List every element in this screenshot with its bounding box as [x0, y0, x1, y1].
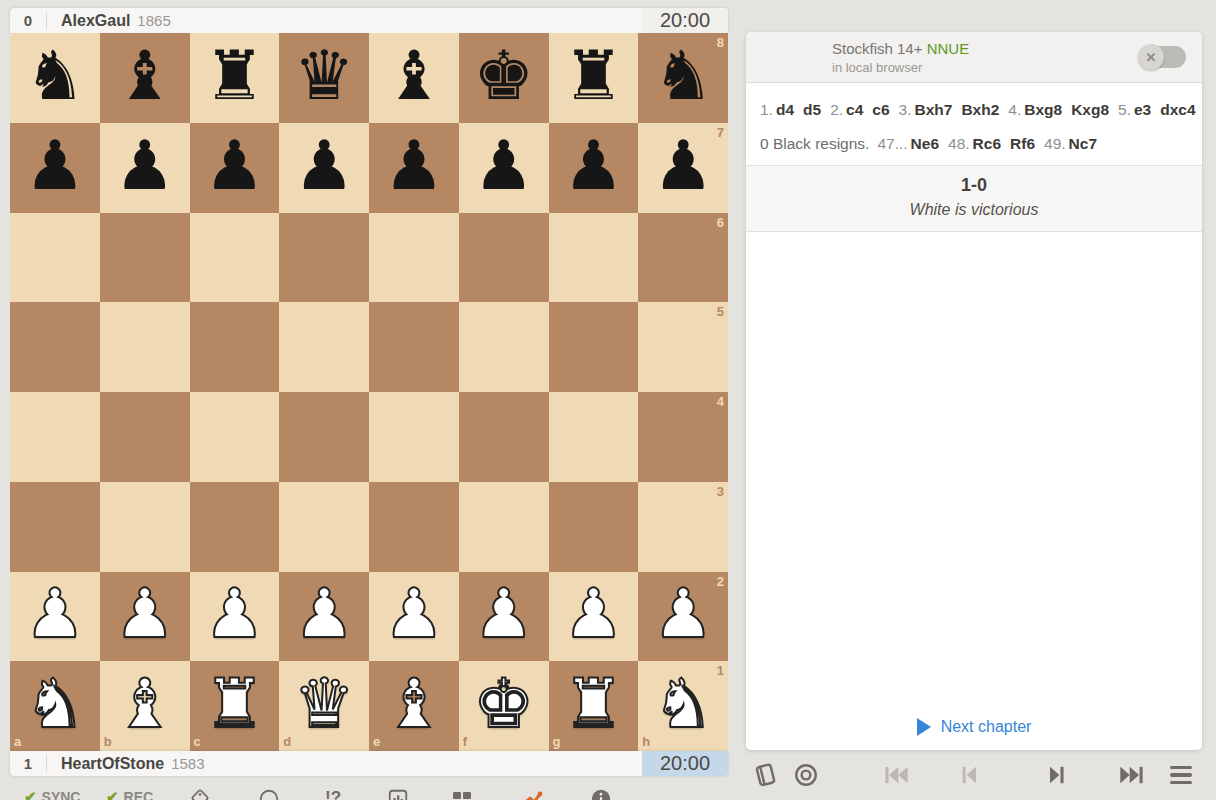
- square-a4[interactable]: [10, 392, 100, 482]
- engine-name: Stockfish 14+: [832, 40, 922, 57]
- piece-black-pawn: ♟: [473, 132, 534, 200]
- chart-icon: [387, 788, 409, 800]
- square-g1[interactable]: ♜g: [549, 661, 639, 751]
- top-player-rating: 1865: [137, 12, 170, 29]
- square-a7[interactable]: ♟: [10, 123, 100, 213]
- piece-white-bishop: ♝: [114, 670, 175, 738]
- square-a6[interactable]: [10, 213, 100, 303]
- square-c7[interactable]: ♟: [190, 123, 280, 213]
- square-e2[interactable]: ♟: [369, 572, 459, 662]
- square-f4[interactable]: [459, 392, 549, 482]
- rank-label-4: 4: [717, 394, 724, 409]
- move-number: 1.: [760, 101, 773, 118]
- square-d2[interactable]: ♟: [279, 572, 369, 662]
- engine-subtitle: in local browser: [832, 58, 969, 77]
- result-band: 1-0 White is victorious: [746, 165, 1202, 232]
- rank-label-1: 1: [717, 663, 724, 678]
- top-player-clock: 20:00: [642, 8, 728, 33]
- move[interactable]: c4: [846, 101, 863, 118]
- square-b8[interactable]: ♝: [100, 33, 190, 123]
- previous-move-button[interactable]: [955, 761, 983, 789]
- menu-button[interactable]: [1167, 761, 1195, 789]
- move-number: 49.: [1044, 135, 1066, 152]
- square-d7[interactable]: ♟: [279, 123, 369, 213]
- piece-black-rook: ♜: [563, 42, 624, 110]
- rec-label: REC: [124, 789, 154, 800]
- engine-info: Stockfish 14+ NNUE in local browser: [832, 39, 969, 77]
- engine-toggle-knob: ✕: [1138, 44, 1164, 70]
- piece-black-rook: ♜: [204, 42, 265, 110]
- bottom-player-name: HeartOfStone: [61, 755, 164, 773]
- engine-toggle[interactable]: ✕: [1140, 46, 1186, 68]
- rank-label-3: 3: [717, 484, 724, 499]
- square-d1[interactable]: ♛d: [279, 661, 369, 751]
- move[interactable]: Kxg8: [1071, 101, 1109, 118]
- play-icon: [917, 718, 931, 736]
- square-b2[interactable]: ♟: [100, 572, 190, 662]
- piece-white-pawn: ♟: [563, 580, 624, 648]
- piece-white-bishop: ♝: [383, 670, 444, 738]
- move[interactable]: Nc7: [1069, 135, 1097, 152]
- piece-white-pawn: ♟: [383, 580, 444, 648]
- share-icon: [520, 788, 544, 800]
- piece-white-pawn: ♟: [294, 580, 355, 648]
- square-g4[interactable]: [549, 392, 639, 482]
- tag-icon: [190, 788, 210, 800]
- next-move-icon: [1043, 761, 1071, 789]
- file-label-g: g: [553, 734, 561, 749]
- file-label-c: c: [194, 734, 201, 749]
- square-d4[interactable]: [279, 392, 369, 482]
- square-e5[interactable]: [369, 302, 459, 392]
- square-b6[interactable]: [100, 213, 190, 303]
- file-label-d: d: [283, 734, 291, 749]
- square-f8[interactable]: ♚: [459, 33, 549, 123]
- engine-nnue-badge: NNUE: [927, 40, 970, 57]
- lichess-study-page: 0 AlexGaul 1865 20:00 ♞♝♜♛♝♚♜♞8♟♟♟♟♟♟♟♟7…: [0, 0, 1216, 800]
- next-move-button[interactable]: [1043, 761, 1071, 789]
- info-icon: [590, 788, 612, 800]
- bottom-player-bar: 1 HeartOfStone 1583 20:00: [10, 751, 728, 776]
- square-c6[interactable]: [190, 213, 280, 303]
- square-a5[interactable]: [10, 302, 100, 392]
- move[interactable]: Bxh2: [961, 101, 999, 118]
- move[interactable]: Bxg8: [1024, 101, 1062, 118]
- result-score: 1-0: [746, 175, 1202, 196]
- square-a2[interactable]: ♟: [10, 572, 100, 662]
- square-b4[interactable]: [100, 392, 190, 482]
- glyph-button[interactable]: !?: [325, 788, 341, 800]
- square-a8[interactable]: ♞: [10, 33, 100, 123]
- move[interactable]: Rf6: [1010, 135, 1035, 152]
- piece-black-pawn: ♟: [653, 132, 714, 200]
- piece-black-pawn: ♟: [563, 132, 624, 200]
- square-f1[interactable]: ♚f: [459, 661, 549, 751]
- square-c8[interactable]: ♜: [190, 33, 280, 123]
- menu-icon: [1170, 766, 1192, 770]
- piece-white-pawn: ♟: [653, 580, 714, 648]
- square-e6[interactable]: [369, 213, 459, 303]
- analysis-chart-button[interactable]: [387, 788, 409, 800]
- bottom-player-score: 1: [10, 755, 46, 772]
- move-number: 4.: [1008, 101, 1021, 118]
- sync-toggle[interactable]: ✔ SYNC: [24, 788, 80, 800]
- divider: [46, 12, 47, 29]
- chess-board[interactable]: ♞♝♜♛♝♚♜♞8♟♟♟♟♟♟♟♟76543♟♟♟♟♟♟♟♟2♞a♝b♜c♛d♝…: [10, 33, 728, 751]
- practice-target-button[interactable]: [792, 761, 820, 789]
- square-f2[interactable]: ♟: [459, 572, 549, 662]
- move[interactable]: Rc6: [973, 135, 1001, 152]
- piece-black-king: ♚: [473, 42, 534, 110]
- square-e3[interactable]: [369, 482, 459, 572]
- top-player-bar: 0 AlexGaul 1865 20:00: [10, 8, 728, 33]
- piece-white-pawn: ♟: [114, 580, 175, 648]
- square-a1[interactable]: ♞a: [10, 661, 100, 751]
- piece-white-pawn: ♟: [24, 580, 85, 648]
- square-g6[interactable]: [549, 213, 639, 303]
- square-f6[interactable]: [459, 213, 549, 303]
- move-number: 47...: [877, 135, 907, 152]
- move[interactable]: d5: [803, 101, 821, 118]
- last-move-icon: [1118, 761, 1146, 789]
- move-number: 3.: [899, 101, 912, 118]
- piece-white-king: ♚: [473, 670, 534, 738]
- square-d6[interactable]: [279, 213, 369, 303]
- move[interactable]: dxc4: [1160, 101, 1195, 118]
- square-h4[interactable]: 4: [638, 392, 728, 482]
- square-g8[interactable]: ♜: [549, 33, 639, 123]
- pgn-book-button[interactable]: [751, 761, 779, 789]
- square-f5[interactable]: [459, 302, 549, 392]
- square-g7[interactable]: ♟: [549, 123, 639, 213]
- square-h1[interactable]: ♞h1: [638, 661, 728, 751]
- study-toolbar: ✔ SYNC ✔ REC !?: [10, 788, 728, 800]
- file-label-e: e: [373, 734, 380, 749]
- bottom-player-rating: 1583: [171, 755, 204, 772]
- share-button[interactable]: [520, 788, 544, 800]
- book-icon: [752, 762, 778, 788]
- square-e8[interactable]: ♝: [369, 33, 459, 123]
- move-list: 1.d4d52.c4c63.Bxh7Bxh24.Bxg8Kxg85.e3dxc4…: [746, 83, 1202, 165]
- piece-black-bishop: ♝: [114, 42, 175, 110]
- square-c2[interactable]: ♟: [190, 572, 280, 662]
- info-button[interactable]: [590, 788, 612, 800]
- board-column: 0 AlexGaul 1865 20:00 ♞♝♜♛♝♚♜♞8♟♟♟♟♟♟♟♟7…: [10, 8, 728, 776]
- file-label-b: b: [104, 734, 112, 749]
- move[interactable]: Bxh7: [915, 101, 953, 118]
- piece-white-rook: ♜: [204, 670, 265, 738]
- top-player-score: 0: [10, 12, 46, 29]
- piece-black-pawn: ♟: [294, 132, 355, 200]
- square-b5[interactable]: [100, 302, 190, 392]
- square-d8[interactable]: ♛: [279, 33, 369, 123]
- top-player-name: AlexGaul: [61, 12, 130, 30]
- square-c5[interactable]: [190, 302, 280, 392]
- move-number: 5.: [1118, 101, 1131, 118]
- file-label-a: a: [14, 734, 21, 749]
- comment-icon: [258, 788, 280, 800]
- tags-button[interactable]: [190, 788, 210, 800]
- glyph-icon: !?: [325, 788, 341, 800]
- piece-white-pawn: ♟: [204, 580, 265, 648]
- piece-white-pawn: ♟: [473, 580, 534, 648]
- square-b1[interactable]: ♝b: [100, 661, 190, 751]
- file-label-h: h: [642, 734, 650, 749]
- rank-label-5: 5: [717, 304, 724, 319]
- next-chapter-label: Next chapter: [941, 718, 1032, 736]
- piece-black-bishop: ♝: [383, 42, 444, 110]
- square-d5[interactable]: [279, 302, 369, 392]
- square-g5[interactable]: [549, 302, 639, 392]
- piece-black-pawn: ♟: [204, 132, 265, 200]
- square-e4[interactable]: [369, 392, 459, 482]
- square-c4[interactable]: [190, 392, 280, 482]
- piece-black-knight: ♞: [653, 42, 714, 110]
- piece-white-rook: ♜: [563, 670, 624, 738]
- square-h5[interactable]: 5: [638, 302, 728, 392]
- square-f7[interactable]: ♟: [459, 123, 549, 213]
- next-chapter-button[interactable]: Next chapter: [746, 712, 1202, 742]
- piece-white-knight: ♞: [24, 670, 85, 738]
- move[interactable]: d4: [776, 101, 794, 118]
- rec-toggle[interactable]: ✔ REC: [106, 788, 153, 800]
- square-h8[interactable]: ♞8: [638, 33, 728, 123]
- piece-white-knight: ♞: [653, 670, 714, 738]
- sync-label: SYNC: [42, 789, 81, 800]
- check-icon: ✔: [24, 788, 37, 800]
- square-h7[interactable]: ♟7: [638, 123, 728, 213]
- square-b3[interactable]: [100, 482, 190, 572]
- piece-black-knight: ♞: [24, 42, 85, 110]
- first-move-icon: [882, 761, 910, 789]
- piece-white-queen: ♛: [294, 670, 355, 738]
- move[interactable]: Ne6: [911, 135, 939, 152]
- square-g3[interactable]: [549, 482, 639, 572]
- square-h3[interactable]: 3: [638, 482, 728, 572]
- analysis-panel: Stockfish 14+ NNUE in local browser ✕ 1.…: [746, 32, 1202, 750]
- result-text: White is victorious: [746, 201, 1202, 219]
- piece-black-pawn: ♟: [114, 132, 175, 200]
- multiboard-button[interactable]: [450, 788, 474, 800]
- square-g2[interactable]: ♟: [549, 572, 639, 662]
- move[interactable]: c6: [872, 101, 889, 118]
- rank-label-6: 6: [717, 215, 724, 230]
- comment-button[interactable]: [258, 788, 280, 800]
- square-e1[interactable]: ♝e: [369, 661, 459, 751]
- square-c1[interactable]: ♜c: [190, 661, 280, 751]
- file-label-f: f: [463, 734, 467, 749]
- square-d3[interactable]: [279, 482, 369, 572]
- rank-label-2: 2: [717, 574, 724, 589]
- target-icon: [793, 762, 819, 788]
- previous-move-icon: [955, 761, 983, 789]
- piece-black-pawn: ♟: [24, 132, 85, 200]
- square-c3[interactable]: [190, 482, 280, 572]
- move[interactable]: e3: [1134, 101, 1151, 118]
- move-number: 48.: [948, 135, 970, 152]
- square-f3[interactable]: [459, 482, 549, 572]
- square-e7[interactable]: ♟: [369, 123, 459, 213]
- divider: [46, 755, 47, 772]
- rank-label-8: 8: [717, 35, 724, 50]
- piece-black-queen: ♛: [294, 42, 355, 110]
- last-move-button[interactable]: [1118, 761, 1146, 789]
- check-icon: ✔: [106, 788, 119, 800]
- square-h6[interactable]: 6: [638, 213, 728, 303]
- rank-label-7: 7: [717, 125, 724, 140]
- multiboard-icon: [450, 788, 474, 800]
- square-b7[interactable]: ♟: [100, 123, 190, 213]
- move-number: 2.: [830, 101, 843, 118]
- first-move-button[interactable]: [882, 761, 910, 789]
- square-a3[interactable]: [10, 482, 100, 572]
- square-h2[interactable]: ♟2: [638, 572, 728, 662]
- piece-black-pawn: ♟: [383, 132, 444, 200]
- engine-header: Stockfish 14+ NNUE in local browser ✕: [746, 32, 1202, 83]
- close-icon: ✕: [1146, 50, 1157, 65]
- bottom-player-clock: 20:00: [642, 751, 728, 776]
